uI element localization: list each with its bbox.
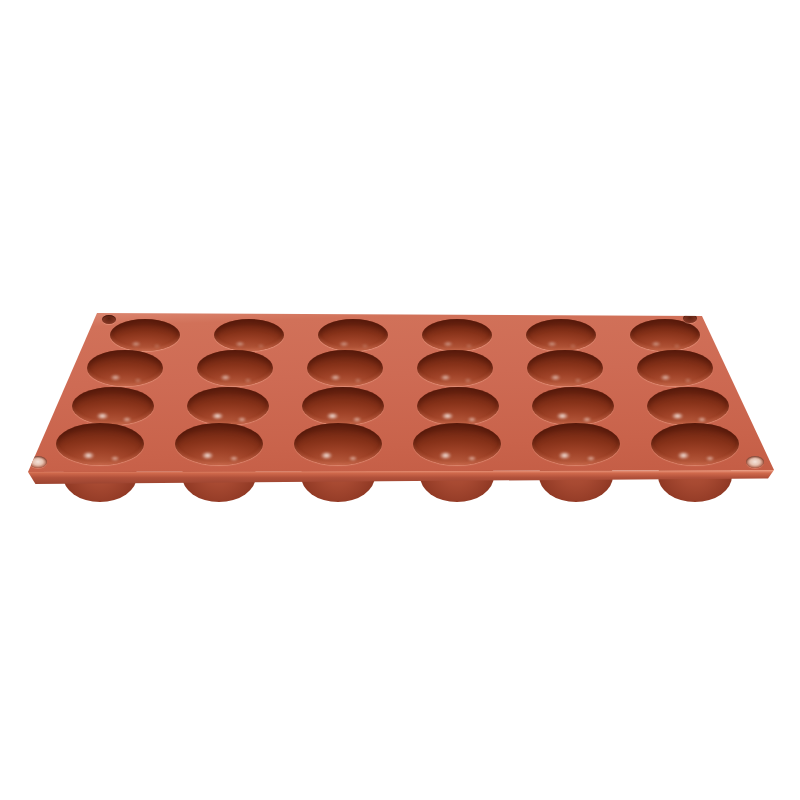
mould-cavity: [630, 319, 700, 351]
mould-cavity: [307, 350, 383, 386]
mould-cavity: [110, 319, 180, 351]
mould-cavity: [417, 387, 499, 425]
mould-cavity: [637, 350, 713, 386]
mould-cavity: [417, 350, 493, 386]
mould-cavity: [187, 387, 269, 425]
corner-hanging-hole: [29, 456, 47, 468]
mould-top-surface: [28, 312, 774, 473]
mould-cavity: [318, 319, 388, 351]
product-photo: [0, 0, 800, 800]
corner-hanging-hole: [683, 314, 697, 323]
mould-cavity: [422, 319, 492, 351]
mould-cavity: [532, 387, 614, 425]
mould-cavity: [294, 423, 382, 465]
mould-cavity: [87, 350, 163, 386]
mould-cavity: [175, 423, 263, 465]
mould-cavity: [413, 423, 501, 465]
mould-cavity: [56, 423, 144, 465]
mould-cavity: [72, 387, 154, 425]
mould-cavity: [532, 423, 620, 465]
mould-cavity: [197, 350, 273, 386]
mould-cavity: [651, 423, 739, 465]
mould-cavity: [527, 350, 603, 386]
mould-cavity: [647, 387, 729, 425]
corner-hanging-hole: [102, 315, 116, 324]
mould-cavity: [526, 319, 596, 351]
mould-cavity: [214, 319, 284, 351]
mould-cavity: [302, 387, 384, 425]
corner-hanging-hole: [746, 456, 764, 468]
